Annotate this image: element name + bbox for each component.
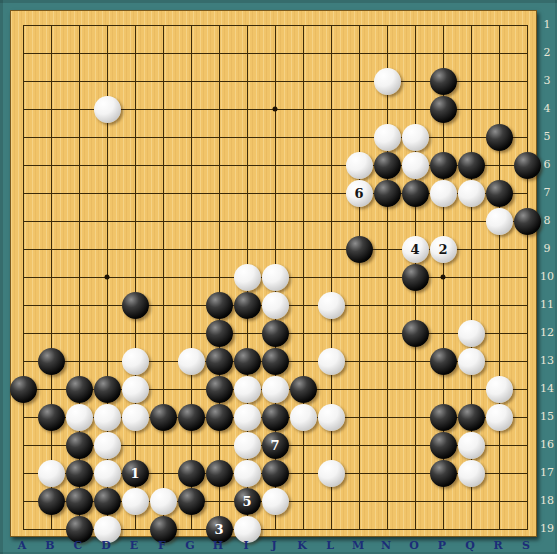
- stone-black-G17: [178, 460, 205, 487]
- stone-white-I17: [234, 460, 261, 487]
- row-label-19: 19: [537, 514, 557, 542]
- column-label-N: N: [372, 537, 400, 554]
- stone-white-M6: [346, 152, 373, 179]
- move-number-label: 7: [270, 439, 279, 452]
- stone-white-I15: [234, 404, 261, 431]
- move-number-label: 4: [410, 243, 419, 256]
- column-label-O: O: [400, 537, 428, 554]
- column-label-P: P: [428, 537, 456, 554]
- stone-white-K15: [290, 404, 317, 431]
- stone-white-R8: [486, 208, 513, 235]
- column-label-B: B: [36, 537, 64, 554]
- stone-black-O10: [402, 264, 429, 291]
- stone-black-I13: [234, 348, 261, 375]
- stone-white-E18: [122, 488, 149, 515]
- row-label-18: 18: [537, 486, 557, 514]
- stone-white-Q17: [458, 460, 485, 487]
- stone-black-N6: [374, 152, 401, 179]
- stone-black-P16: [430, 432, 457, 459]
- stone-black-B18: [38, 488, 65, 515]
- stone-black-D14: [94, 376, 121, 403]
- row-label-11: 11: [537, 290, 557, 318]
- stone-black-R7: [486, 180, 513, 207]
- stone-white-L13: [318, 348, 345, 375]
- stone-black-P4: [430, 96, 457, 123]
- column-label-E: E: [120, 537, 148, 554]
- row-label-14: 14: [537, 374, 557, 402]
- stone-white-E15: [122, 404, 149, 431]
- stone-white-J18: [262, 488, 289, 515]
- move-number-label: 1: [130, 467, 139, 480]
- stone-white-Q16: [458, 432, 485, 459]
- row-label-12: 12: [537, 318, 557, 346]
- stone-white-D4: [94, 96, 121, 123]
- move-number-label: 5: [242, 495, 251, 508]
- stone-white-F18: [150, 488, 177, 515]
- stone-white-B17: [38, 460, 65, 487]
- stone-black-I18: 5: [234, 488, 261, 515]
- stone-black-C18: [66, 488, 93, 515]
- stone-black-Q6: [458, 152, 485, 179]
- column-label-D: D: [92, 537, 120, 554]
- stone-black-P15: [430, 404, 457, 431]
- stone-black-C14: [66, 376, 93, 403]
- stone-white-D16: [94, 432, 121, 459]
- stone-black-J13: [262, 348, 289, 375]
- stone-black-A14: [10, 376, 37, 403]
- column-label-L: L: [316, 537, 344, 554]
- stone-white-I16: [234, 432, 261, 459]
- column-label-C: C: [64, 537, 92, 554]
- stone-white-P7: [430, 180, 457, 207]
- column-label-A: A: [8, 537, 36, 554]
- column-label-K: K: [288, 537, 316, 554]
- row-label-9: 9: [537, 234, 557, 262]
- row-label-8: 8: [537, 206, 557, 234]
- stones-layer: 6427153: [9, 11, 541, 543]
- stone-black-P13: [430, 348, 457, 375]
- stone-white-J10: [262, 264, 289, 291]
- row-label-10: 10: [537, 262, 557, 290]
- stone-white-I14: [234, 376, 261, 403]
- stone-white-C15: [66, 404, 93, 431]
- stone-black-J12: [262, 320, 289, 347]
- stone-black-G18: [178, 488, 205, 515]
- row-label-1: 1: [537, 10, 557, 38]
- row-label-4: 4: [537, 94, 557, 122]
- row-labels: 12345678910111213141516171819: [537, 10, 557, 542]
- stone-white-G13: [178, 348, 205, 375]
- stone-black-O7: [402, 180, 429, 207]
- stone-black-P17: [430, 460, 457, 487]
- stone-white-L15: [318, 404, 345, 431]
- stone-black-H15: [206, 404, 233, 431]
- stone-black-H11: [206, 292, 233, 319]
- stone-black-B15: [38, 404, 65, 431]
- stone-black-E17: 1: [122, 460, 149, 487]
- stone-black-C16: [66, 432, 93, 459]
- column-label-H: H: [204, 537, 232, 554]
- stone-black-J17: [262, 460, 289, 487]
- stone-black-H13: [206, 348, 233, 375]
- stone-white-N3: [374, 68, 401, 95]
- stone-white-N5: [374, 124, 401, 151]
- stone-white-Q7: [458, 180, 485, 207]
- stone-white-L17: [318, 460, 345, 487]
- stone-white-J14: [262, 376, 289, 403]
- row-label-17: 17: [537, 458, 557, 486]
- stone-white-I10: [234, 264, 261, 291]
- stone-black-Q15: [458, 404, 485, 431]
- row-label-2: 2: [537, 38, 557, 66]
- stone-white-E14: [122, 376, 149, 403]
- stone-white-Q12: [458, 320, 485, 347]
- stone-white-J11: [262, 292, 289, 319]
- move-number-label: 6: [354, 187, 363, 200]
- stone-black-J15: [262, 404, 289, 431]
- column-label-J: J: [260, 537, 288, 554]
- stone-black-P6: [430, 152, 457, 179]
- column-label-I: I: [232, 537, 260, 554]
- stone-white-O9: 4: [402, 236, 429, 263]
- row-label-6: 6: [537, 150, 557, 178]
- goban-frame: 6427153 ABCDEFGHIJKLMNOPQRS 123456789101…: [0, 0, 557, 554]
- stone-black-I11: [234, 292, 261, 319]
- column-label-G: G: [176, 537, 204, 554]
- stone-black-R5: [486, 124, 513, 151]
- stone-black-P3: [430, 68, 457, 95]
- stone-white-E13: [122, 348, 149, 375]
- stone-black-M9: [346, 236, 373, 263]
- stone-black-D18: [94, 488, 121, 515]
- stone-black-B13: [38, 348, 65, 375]
- stone-white-P9: 2: [430, 236, 457, 263]
- board[interactable]: 6427153: [10, 10, 537, 537]
- row-label-7: 7: [537, 178, 557, 206]
- stone-black-N7: [374, 180, 401, 207]
- column-label-Q: Q: [456, 537, 484, 554]
- stone-black-H17: [206, 460, 233, 487]
- column-label-S: S: [512, 537, 540, 554]
- stone-white-D17: [94, 460, 121, 487]
- row-label-13: 13: [537, 346, 557, 374]
- stone-white-O6: [402, 152, 429, 179]
- column-label-M: M: [344, 537, 372, 554]
- stone-black-K14: [290, 376, 317, 403]
- stone-black-O12: [402, 320, 429, 347]
- row-label-5: 5: [537, 122, 557, 150]
- stone-white-M7: 6: [346, 180, 373, 207]
- stone-white-L11: [318, 292, 345, 319]
- stone-black-E11: [122, 292, 149, 319]
- column-label-F: F: [148, 537, 176, 554]
- stone-black-H14: [206, 376, 233, 403]
- stone-white-R14: [486, 376, 513, 403]
- row-label-16: 16: [537, 430, 557, 458]
- stone-black-G15: [178, 404, 205, 431]
- row-label-3: 3: [537, 66, 557, 94]
- stone-black-C17: [66, 460, 93, 487]
- row-label-15: 15: [537, 402, 557, 430]
- stone-black-H12: [206, 320, 233, 347]
- move-number-label: 2: [438, 243, 447, 256]
- column-labels: ABCDEFGHIJKLMNOPQRS: [8, 537, 540, 554]
- stone-black-J16: 7: [262, 432, 289, 459]
- column-label-R: R: [484, 537, 512, 554]
- stone-white-Q13: [458, 348, 485, 375]
- stone-white-R15: [486, 404, 513, 431]
- move-number-label: 3: [214, 523, 223, 536]
- stone-black-F15: [150, 404, 177, 431]
- stone-white-O5: [402, 124, 429, 151]
- stone-white-D15: [94, 404, 121, 431]
